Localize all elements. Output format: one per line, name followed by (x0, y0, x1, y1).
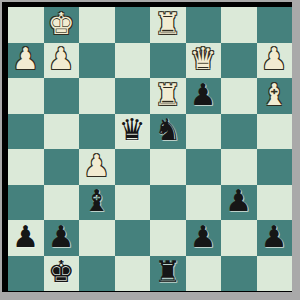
square-f5[interactable] (186, 114, 222, 150)
piece-black-pawn[interactable]: ♟ (225, 186, 252, 216)
square-h7[interactable]: ♟ (257, 43, 293, 79)
square-a3[interactable] (8, 185, 44, 221)
piece-white-queen[interactable]: ♛ (190, 44, 217, 74)
square-h6[interactable]: ♝ (257, 78, 293, 114)
square-a1[interactable] (8, 256, 44, 292)
square-g6[interactable] (221, 78, 257, 114)
chess-board-frame: ♚♜♟♟♛♟♜♟♝♛♞♟♝♟♟♟♟♟♚♜ (0, 0, 300, 300)
piece-white-king[interactable]: ♚ (48, 9, 75, 39)
square-b1[interactable]: ♚ (44, 256, 80, 292)
square-h4[interactable] (257, 149, 293, 185)
piece-white-pawn[interactable]: ♟ (83, 151, 110, 181)
square-c5[interactable] (79, 114, 115, 150)
square-e8[interactable]: ♜ (150, 7, 186, 43)
square-g4[interactable] (221, 149, 257, 185)
square-d2[interactable] (115, 220, 151, 256)
piece-black-pawn[interactable]: ♟ (261, 222, 288, 252)
square-c3[interactable]: ♝ (79, 185, 115, 221)
chess-board[interactable]: ♚♜♟♟♛♟♜♟♝♛♞♟♝♟♟♟♟♟♚♜ (8, 7, 292, 291)
square-e5[interactable]: ♞ (150, 114, 186, 150)
piece-black-pawn[interactable]: ♟ (190, 222, 217, 252)
square-d1[interactable] (115, 256, 151, 292)
square-b2[interactable]: ♟ (44, 220, 80, 256)
piece-black-knight[interactable]: ♞ (154, 115, 181, 145)
piece-black-pawn[interactable]: ♟ (190, 80, 217, 110)
square-g1[interactable] (221, 256, 257, 292)
square-b3[interactable] (44, 185, 80, 221)
square-e1[interactable]: ♜ (150, 256, 186, 292)
square-e3[interactable] (150, 185, 186, 221)
square-a2[interactable]: ♟ (8, 220, 44, 256)
piece-white-rook[interactable]: ♜ (154, 9, 181, 39)
square-d8[interactable] (115, 7, 151, 43)
piece-white-pawn[interactable]: ♟ (261, 44, 288, 74)
square-b8[interactable]: ♚ (44, 7, 80, 43)
square-c8[interactable] (79, 7, 115, 43)
piece-black-bishop[interactable]: ♝ (83, 186, 110, 216)
square-h8[interactable] (257, 7, 293, 43)
square-f2[interactable]: ♟ (186, 220, 222, 256)
piece-white-pawn[interactable]: ♟ (48, 44, 75, 74)
square-d5[interactable]: ♛ (115, 114, 151, 150)
piece-white-bishop[interactable]: ♝ (261, 80, 288, 110)
square-h1[interactable] (257, 256, 293, 292)
square-d6[interactable] (115, 78, 151, 114)
piece-black-queen[interactable]: ♛ (119, 115, 146, 145)
square-c1[interactable] (79, 256, 115, 292)
square-f8[interactable] (186, 7, 222, 43)
piece-black-king[interactable]: ♚ (48, 257, 75, 287)
square-b4[interactable] (44, 149, 80, 185)
piece-black-pawn[interactable]: ♟ (12, 222, 39, 252)
square-g7[interactable] (221, 43, 257, 79)
square-b6[interactable] (44, 78, 80, 114)
square-c6[interactable] (79, 78, 115, 114)
square-a7[interactable]: ♟ (8, 43, 44, 79)
square-c2[interactable] (79, 220, 115, 256)
square-c7[interactable] (79, 43, 115, 79)
square-f4[interactable] (186, 149, 222, 185)
piece-white-pawn[interactable]: ♟ (12, 44, 39, 74)
square-f7[interactable]: ♛ (186, 43, 222, 79)
square-g5[interactable] (221, 114, 257, 150)
square-d7[interactable] (115, 43, 151, 79)
square-h5[interactable] (257, 114, 293, 150)
square-a5[interactable] (8, 114, 44, 150)
square-b7[interactable]: ♟ (44, 43, 80, 79)
square-b5[interactable] (44, 114, 80, 150)
square-f3[interactable] (186, 185, 222, 221)
square-f6[interactable]: ♟ (186, 78, 222, 114)
square-e4[interactable] (150, 149, 186, 185)
square-a4[interactable] (8, 149, 44, 185)
piece-black-rook[interactable]: ♜ (154, 257, 181, 287)
square-h2[interactable]: ♟ (257, 220, 293, 256)
piece-black-pawn[interactable]: ♟ (48, 222, 75, 252)
square-g8[interactable] (221, 7, 257, 43)
square-g3[interactable]: ♟ (221, 185, 257, 221)
square-d4[interactable] (115, 149, 151, 185)
square-a8[interactable] (8, 7, 44, 43)
square-e6[interactable]: ♜ (150, 78, 186, 114)
square-a6[interactable] (8, 78, 44, 114)
square-e2[interactable] (150, 220, 186, 256)
square-g2[interactable] (221, 220, 257, 256)
square-d3[interactable] (115, 185, 151, 221)
square-c4[interactable]: ♟ (79, 149, 115, 185)
square-e7[interactable] (150, 43, 186, 79)
square-f1[interactable] (186, 256, 222, 292)
square-h3[interactable] (257, 185, 293, 221)
piece-white-rook[interactable]: ♜ (154, 80, 181, 110)
